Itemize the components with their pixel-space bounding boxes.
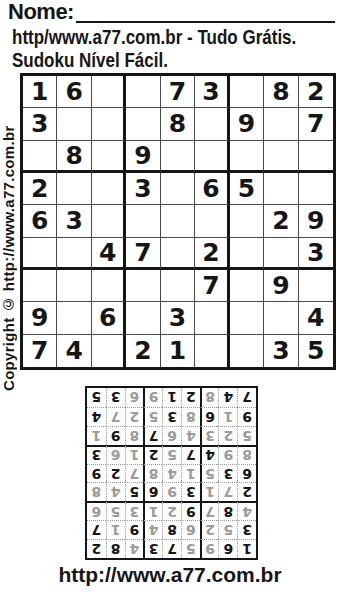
puzzle-cell-r4c1: 2 [23,173,57,205]
solution-cell-r4c8: 4 [106,482,125,501]
solution-cell-r1c9: 2 [87,539,106,558]
solution-cell-r8c2: 1 [218,407,237,426]
solution-cell-r1c1: 1 [237,539,256,558]
puzzle-cell-r2c5: 8 [161,108,195,140]
puzzle-cell-r5c1: 6 [23,205,57,237]
solution-cell-r4c7: 5 [125,482,144,501]
puzzle-cell-r4c7: 5 [230,173,264,205]
puzzle-cell-r5c8: 2 [264,205,298,237]
solution-cell-r6c9: 3 [87,445,106,464]
puzzle-cell-r3c5 [161,141,195,173]
solution-cell-r2c6: 4 [143,520,162,539]
puzzle-cell-r8c3: 6 [92,302,126,334]
puzzle-cell-r4c9 [299,173,333,205]
puzzle-cell-r3c6 [195,141,229,173]
solution-cell-r7c4: 4 [181,426,200,445]
solution-cell-r4c4: 3 [181,482,200,501]
solution-cell-r1c7: 4 [125,539,144,558]
puzzle-cell-r9c8: 3 [264,335,298,367]
solution-cell-r9c8: 3 [106,388,125,407]
puzzle-cell-r2c1: 3 [23,108,57,140]
puzzle-cell-r2c3 [92,108,126,140]
solution-grid: 1695734823526849174879213562713965486351… [85,386,258,560]
solution-cell-r9c6: 9 [143,388,162,407]
puzzle-cell-r2c7: 9 [230,108,264,140]
puzzle-cell-r8c2 [57,302,91,334]
puzzle-cell-r5c9: 9 [299,205,333,237]
solution-cell-r2c2: 5 [218,520,237,539]
solution-cell-r5c8: 2 [106,464,125,483]
puzzle-cell-r8c4 [126,302,160,334]
puzzle-cell-r8c1: 9 [23,302,57,334]
puzzle-cell-r1c6: 3 [195,76,229,108]
puzzle-title: Sudoku Nível Fácil. [12,49,168,72]
puzzle-cell-r6c7 [230,238,264,270]
puzzle-cell-r9c2: 4 [57,335,91,367]
puzzle-cell-r4c4: 3 [126,173,160,205]
solution-cell-r1c8: 8 [106,539,125,558]
puzzle-cell-r5c2: 3 [57,205,91,237]
solution-cell-r8c9: 4 [87,407,106,426]
solution-cell-r7c7: 8 [125,426,144,445]
puzzle-cell-r4c8 [264,173,298,205]
solution-cell-r3c6: 1 [143,501,162,520]
puzzle-cell-r1c5: 7 [161,76,195,108]
solution-cell-r3c4: 9 [181,501,200,520]
solution-cell-r2c4: 6 [181,520,200,539]
solution-cell-r3c3: 7 [200,501,219,520]
puzzle-cell-r9c6 [195,335,229,367]
puzzle-cell-r1c9: 2 [299,76,333,108]
puzzle-cell-r8c6 [195,302,229,334]
solution-cell-r5c3: 5 [200,464,219,483]
solution-cell-r3c5: 2 [162,501,181,520]
puzzle-cell-r7c5 [161,270,195,302]
solution-cell-r1c6: 3 [143,539,162,558]
puzzle-cell-r1c2: 6 [57,76,91,108]
solution-cell-r5c9: 9 [87,464,106,483]
solution-cell-r3c8: 5 [106,501,125,520]
solution-cell-r5c7: 7 [125,464,144,483]
name-label: Nome: [8,1,74,23]
solution-cell-r9c5: 1 [162,388,181,407]
solution-cell-r4c6: 6 [143,482,162,501]
solution-cell-r6c8: 6 [106,445,125,464]
solution-cell-r6c3: 4 [200,445,219,464]
solution-cell-r6c4: 7 [181,445,200,464]
puzzle-cell-r1c3 [92,76,126,108]
solution-cell-r6c6: 2 [143,445,162,464]
puzzle-cell-r8c8 [264,302,298,334]
puzzle-cell-r1c8: 8 [264,76,298,108]
solution-cell-r5c6: 8 [143,464,162,483]
solution-cell-r5c4: 1 [181,464,200,483]
puzzle-cell-r7c1 [23,270,57,302]
puzzle-cell-r6c9: 3 [299,238,333,270]
puzzle-cell-r3c8 [264,141,298,173]
solution-cell-r4c5: 9 [162,482,181,501]
solution-cell-r8c4: 8 [181,407,200,426]
solution-cell-r7c2: 2 [218,426,237,445]
puzzle-cell-r9c5: 1 [161,335,195,367]
puzzle-cell-r6c5 [161,238,195,270]
footer-url: http://www.a77.com.br [0,563,340,587]
puzzle-cell-r7c6: 7 [195,270,229,302]
solution-cell-r8c6: 5 [143,407,162,426]
puzzle-cell-r1c4 [126,76,160,108]
puzzle-cell-r9c1: 7 [23,335,57,367]
puzzle-cell-r1c7 [230,76,264,108]
solution-cell-r8c7: 2 [125,407,144,426]
name-row: Nome: [8,1,335,23]
puzzle-cell-r5c7 [230,205,264,237]
solution-cell-r1c2: 6 [218,539,237,558]
puzzle-cell-r6c8 [264,238,298,270]
solution-cell-r2c1: 3 [237,520,256,539]
site-tagline: http/www.a77.com.br - Tudo Grátis. [12,26,296,49]
solution-cell-r6c5: 5 [162,445,181,464]
puzzle-cell-r7c7 [230,270,264,302]
solution-cell-r6c2: 9 [218,445,237,464]
solution-cell-r4c1: 2 [237,482,256,501]
solution-cell-r8c5: 3 [162,407,181,426]
puzzle-grid: 167382389789236563294723799634742135 [20,73,336,370]
puzzle-cell-r6c1 [23,238,57,270]
solution-cell-r5c1: 6 [237,464,256,483]
copyright-sidebar-text: Copyright © http://www.a77.com.br [0,84,19,432]
solution-cell-r9c3: 8 [200,388,219,407]
solution-cell-r2c9: 7 [87,520,106,539]
solution-cell-r4c9: 8 [87,482,106,501]
puzzle-cell-r6c3: 4 [92,238,126,270]
solution-cell-r1c3: 9 [200,539,219,558]
puzzle-cell-r3c3 [92,141,126,173]
solution-cell-r5c2: 3 [218,464,237,483]
solution-cell-r6c1: 8 [237,445,256,464]
solution-cell-r8c1: 9 [237,407,256,426]
puzzle-cell-r9c7 [230,335,264,367]
puzzle-cell-r5c4 [126,205,160,237]
puzzle-cell-r4c2 [57,173,91,205]
solution-cell-r9c7: 6 [125,388,144,407]
solution-cell-r3c9: 6 [87,501,106,520]
puzzle-cell-r2c9: 7 [299,108,333,140]
puzzle-cell-r1c1: 1 [23,76,57,108]
puzzle-cell-r7c4 [126,270,160,302]
puzzle-cell-r2c2 [57,108,91,140]
solution-cell-r9c2: 4 [218,388,237,407]
solution-cell-r4c2: 7 [218,482,237,501]
solution-cell-r2c7: 9 [125,520,144,539]
solution-cell-r7c6: 7 [143,426,162,445]
puzzle-cell-r2c4 [126,108,160,140]
solution-cell-r7c3: 3 [200,426,219,445]
solution-cell-r1c4: 5 [181,539,200,558]
puzzle-cell-r7c2 [57,270,91,302]
puzzle-cell-r4c3 [92,173,126,205]
puzzle-cell-r3c9 [299,141,333,173]
solution-cell-r5c5: 4 [162,464,181,483]
puzzle-cell-r5c3 [92,205,126,237]
puzzle-cell-r6c2 [57,238,91,270]
puzzle-cell-r2c6 [195,108,229,140]
solution-cell-r4c3: 1 [200,482,219,501]
solution-cell-r7c5: 6 [162,426,181,445]
puzzle-cell-r3c1 [23,141,57,173]
solution-cell-r2c5: 8 [162,520,181,539]
puzzle-cell-r6c6: 2 [195,238,229,270]
solution-cell-r2c8: 1 [106,520,125,539]
solution-cell-r7c1: 5 [237,426,256,445]
puzzle-cell-r7c8: 9 [264,270,298,302]
solution-cell-r6c7: 1 [125,445,144,464]
solution-cell-r8c8: 7 [106,407,125,426]
puzzle-cell-r8c5: 3 [161,302,195,334]
puzzle-cell-r3c7 [230,141,264,173]
solution-cell-r7c8: 9 [106,426,125,445]
puzzle-cell-r8c7 [230,302,264,334]
printable-sudoku-page: Nome: http/www.a77.com.br - Tudo Grátis.… [0,0,340,596]
solution-cell-r3c2: 8 [218,501,237,520]
name-blank-line [76,3,335,23]
puzzle-cell-r5c5 [161,205,195,237]
puzzle-cell-r6c4: 7 [126,238,160,270]
solution-cell-r8c3: 6 [200,407,219,426]
puzzle-cell-r3c4: 9 [126,141,160,173]
solution-cell-r9c4: 2 [181,388,200,407]
solution-cell-r1c5: 7 [162,539,181,558]
puzzle-cell-r5c6 [195,205,229,237]
solution-cell-r9c9: 5 [87,388,106,407]
puzzle-cell-r7c3 [92,270,126,302]
puzzle-cell-r7c9 [299,270,333,302]
solution-cell-r7c9: 1 [87,426,106,445]
puzzle-cell-r9c9: 5 [299,335,333,367]
puzzle-cell-r4c6: 6 [195,173,229,205]
solution-cell-r2c3: 2 [200,520,219,539]
solution-cell-r3c7: 3 [125,501,144,520]
puzzle-cell-r9c4: 2 [126,335,160,367]
solution-cell-r9c1: 7 [237,388,256,407]
solution-cell-r3c1: 4 [237,501,256,520]
puzzle-cell-r9c3 [92,335,126,367]
puzzle-cell-r8c9: 4 [299,302,333,334]
puzzle-cell-r2c8 [264,108,298,140]
puzzle-cell-r4c5 [161,173,195,205]
puzzle-cell-r3c2: 8 [57,141,91,173]
